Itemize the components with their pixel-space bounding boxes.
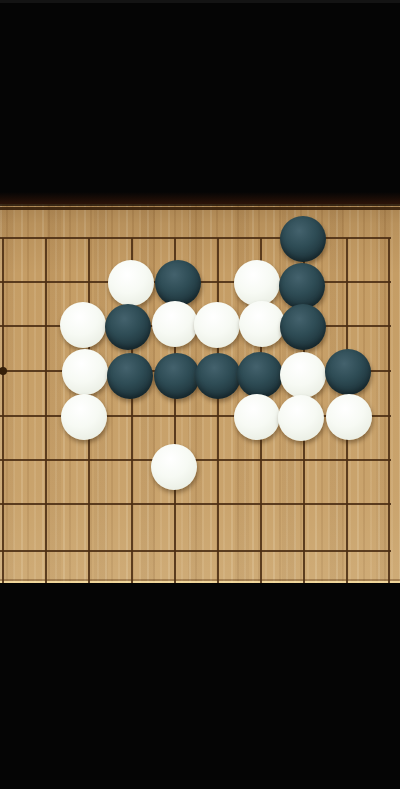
black-stone-S16[interactable]	[325, 349, 371, 395]
black-stone-R17[interactable]	[280, 304, 326, 350]
black-stone-N16[interactable]	[107, 353, 153, 399]
white-stone-R16[interactable]	[280, 352, 326, 398]
star-point-K16	[0, 367, 7, 375]
white-stone-Q18[interactable]	[234, 260, 280, 306]
board-top-edge-shadow	[0, 204, 400, 206]
black-stone-O16[interactable]	[154, 353, 200, 399]
white-stone-M16[interactable]	[62, 349, 108, 395]
grid-line-v-K	[2, 238, 4, 583]
white-stone-P17[interactable]	[194, 302, 240, 348]
black-stone-Q16[interactable]	[237, 352, 283, 398]
board-top-edge	[0, 207, 400, 210]
grid-line-h-19	[0, 237, 391, 239]
video-frame	[0, 0, 400, 789]
white-stone-Q15[interactable]	[234, 394, 280, 440]
black-stone-P16[interactable]	[195, 353, 241, 399]
grid-line-v-P	[217, 238, 219, 583]
black-stone-N17[interactable]	[105, 304, 151, 350]
board-edge-glow	[0, 192, 400, 204]
letterbox-top	[0, 0, 400, 204]
white-stone-O14[interactable]	[151, 444, 197, 490]
grid-line-h-12	[0, 550, 391, 552]
white-stone-O17[interactable]	[152, 301, 198, 347]
grid-line-v-T	[388, 238, 390, 583]
white-stone-M15[interactable]	[61, 394, 107, 440]
letterbox-bottom	[0, 583, 400, 789]
white-stone-S15[interactable]	[326, 394, 372, 440]
black-stone-R18[interactable]	[279, 263, 325, 309]
go-board[interactable]	[0, 204, 400, 583]
grid-line-v-L	[45, 238, 47, 583]
letterbox-top-sliver	[0, 0, 400, 3]
white-stone-R15[interactable]	[278, 395, 324, 441]
white-stone-N18[interactable]	[108, 260, 154, 306]
black-stone-O18[interactable]	[155, 260, 201, 306]
white-stone-Q17[interactable]	[239, 301, 285, 347]
white-stone-M17[interactable]	[60, 302, 106, 348]
grid-line-h-13	[0, 503, 391, 505]
black-stone-R19[interactable]	[280, 216, 326, 262]
